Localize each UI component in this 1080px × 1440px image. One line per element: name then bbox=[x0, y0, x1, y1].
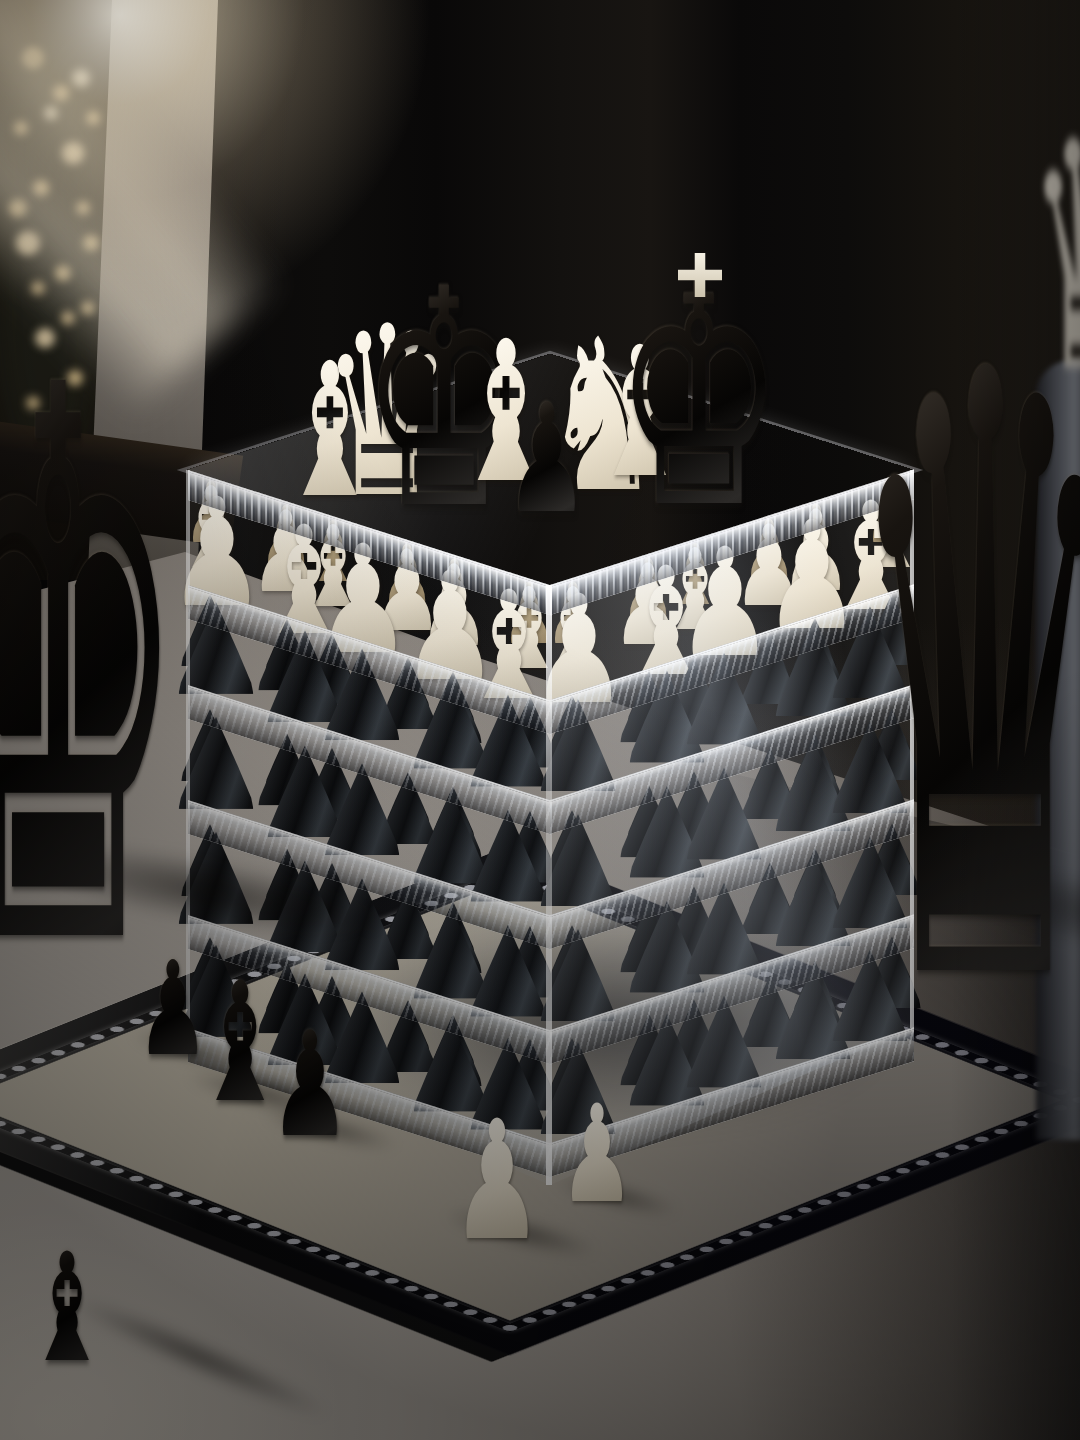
chess-cube-scene: ♟♟♝♟♝♟♝♟♝♟♟♝♟♝♟♟♝♟♟♝♟♝♟♝♟♝♟♟♝♟♝♟♟♝ ♛♚♛♝♝… bbox=[0, 0, 1080, 1440]
vignette bbox=[0, 0, 1080, 1440]
